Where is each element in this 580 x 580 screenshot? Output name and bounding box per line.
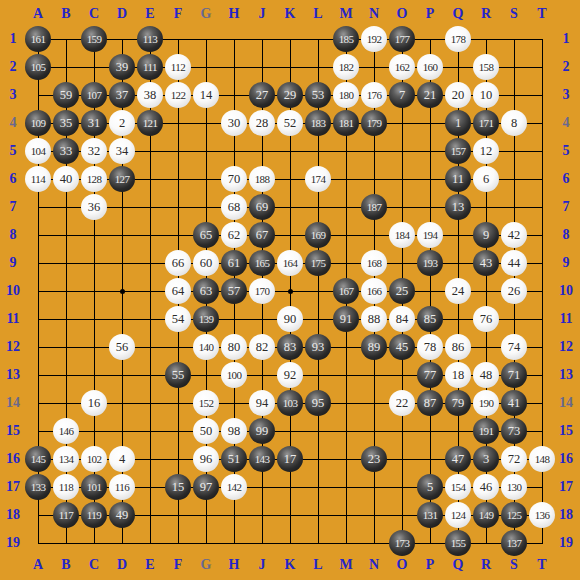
move-number: 26 (508, 285, 521, 298)
black-stone-j15-move-99: 99 (249, 418, 275, 444)
move-number: 103 (283, 398, 298, 409)
white-stone-e3-move-38: 38 (137, 82, 163, 108)
move-number: 154 (451, 482, 466, 493)
black-stone-j16-move-143: 143 (249, 446, 275, 472)
move-number: 11 (452, 173, 464, 186)
move-number: 2 (119, 117, 125, 130)
move-number: 193 (423, 258, 438, 269)
black-stone-l8-move-169: 169 (305, 222, 331, 248)
white-stone-k11-move-90: 90 (277, 306, 303, 332)
white-stone-f9-move-66: 66 (165, 250, 191, 276)
white-stone-c16-move-102: 102 (81, 446, 107, 472)
black-stone-m4-move-181: 181 (333, 110, 359, 136)
white-stone-q18-move-124: 124 (445, 502, 471, 528)
move-number: 34 (116, 145, 129, 158)
white-stone-h13-move-100: 100 (221, 362, 247, 388)
row-label-right-1: 1 (553, 31, 579, 47)
move-number: 134 (59, 454, 74, 465)
black-stone-p17-move-5: 5 (417, 474, 443, 500)
white-stone-d12-move-56: 56 (109, 334, 135, 360)
move-number: 84 (396, 313, 409, 326)
col-label-top-j: J (249, 6, 275, 22)
move-number: 39 (116, 61, 129, 74)
black-stone-q19-move-155: 155 (445, 530, 471, 556)
move-number: 107 (87, 90, 102, 101)
col-label-bottom-g: G (193, 557, 219, 573)
white-stone-a6-move-114: 114 (25, 166, 51, 192)
col-label-bottom-k: K (277, 557, 303, 573)
move-number: 184 (395, 230, 410, 241)
row-label-right-5: 5 (553, 143, 579, 159)
white-stone-f10-move-64: 64 (165, 278, 191, 304)
move-number: 139 (199, 314, 214, 325)
col-label-top-b: B (53, 6, 79, 22)
move-number: 24 (452, 285, 465, 298)
move-number: 32 (88, 145, 101, 158)
move-number: 36 (88, 201, 101, 214)
col-label-bottom-d: D (109, 557, 135, 573)
white-stone-d4-move-2: 2 (109, 110, 135, 136)
move-number: 61 (228, 257, 241, 270)
row-label-right-14: 14 (553, 395, 579, 411)
white-stone-m3-move-180: 180 (333, 82, 359, 108)
col-label-top-a: A (25, 6, 51, 22)
black-stone-d2-move-39: 39 (109, 54, 135, 80)
move-number: 109 (31, 118, 46, 129)
white-stone-j6-move-188: 188 (249, 166, 275, 192)
board-surface[interactable]: 1611591131851921771781053911111218216216… (24, 25, 556, 557)
black-stone-a4-move-109: 109 (25, 110, 51, 136)
row-label-left-2: 2 (0, 59, 26, 75)
move-number: 69 (256, 201, 269, 214)
row-label-left-10: 10 (0, 283, 26, 299)
col-label-top-h: H (221, 6, 247, 22)
move-number: 70 (228, 173, 241, 186)
black-stone-s18-move-125: 125 (501, 502, 527, 528)
move-number: 97 (200, 481, 213, 494)
col-label-bottom-o: O (389, 557, 415, 573)
move-number: 96 (200, 453, 213, 466)
row-label-left-11: 11 (0, 311, 26, 327)
move-number: 41 (508, 397, 521, 410)
move-number: 85 (424, 313, 437, 326)
move-number: 35 (60, 117, 73, 130)
black-stone-d3-move-37: 37 (109, 82, 135, 108)
row-label-right-3: 3 (553, 87, 579, 103)
white-stone-m2-move-182: 182 (333, 54, 359, 80)
white-stone-l6-move-174: 174 (305, 166, 331, 192)
black-stone-c3-move-107: 107 (81, 82, 107, 108)
black-stone-j9-move-165: 165 (249, 250, 275, 276)
white-stone-d16-move-4: 4 (109, 446, 135, 472)
move-number: 73 (508, 425, 521, 438)
white-stone-p12-move-78: 78 (417, 334, 443, 360)
black-stone-m11-move-91: 91 (333, 306, 359, 332)
move-number: 128 (87, 174, 102, 185)
col-label-bottom-p: P (417, 557, 443, 573)
black-stone-j8-move-67: 67 (249, 222, 275, 248)
white-stone-s10-move-26: 26 (501, 278, 527, 304)
white-stone-r5-move-12: 12 (473, 138, 499, 164)
black-stone-b3-move-59: 59 (53, 82, 79, 108)
move-number: 22 (396, 397, 409, 410)
move-number: 169 (311, 230, 326, 241)
move-number: 60 (200, 257, 213, 270)
row-label-right-10: 10 (553, 283, 579, 299)
white-stone-r3-move-10: 10 (473, 82, 499, 108)
row-label-right-15: 15 (553, 423, 579, 439)
move-number: 104 (31, 146, 46, 157)
row-label-right-7: 7 (553, 199, 579, 215)
move-number: 72 (508, 453, 521, 466)
move-number: 174 (311, 174, 326, 185)
black-stone-a1-move-161: 161 (25, 26, 51, 52)
col-label-top-q: Q (445, 6, 471, 22)
move-number: 116 (115, 482, 129, 493)
row-label-left-1: 1 (0, 31, 26, 47)
move-number: 90 (284, 313, 297, 326)
col-label-top-r: R (473, 6, 499, 22)
white-stone-f11-move-54: 54 (165, 306, 191, 332)
white-stone-g16-move-96: 96 (193, 446, 219, 472)
black-stone-a2-move-105: 105 (25, 54, 51, 80)
move-number: 21 (424, 89, 437, 102)
white-stone-n11-move-88: 88 (361, 306, 387, 332)
black-stone-o19-move-173: 173 (389, 530, 415, 556)
black-stone-h10-move-57: 57 (221, 278, 247, 304)
move-number: 181 (339, 118, 354, 129)
white-stone-k4-move-52: 52 (277, 110, 303, 136)
white-stone-d17-move-116: 116 (109, 474, 135, 500)
move-number: 101 (87, 482, 102, 493)
move-number: 66 (172, 257, 185, 270)
move-number: 74 (508, 341, 521, 354)
black-stone-p14-move-87: 87 (417, 390, 443, 416)
col-label-bottom-n: N (361, 557, 387, 573)
black-stone-e4-move-121: 121 (137, 110, 163, 136)
move-number: 149 (479, 510, 494, 521)
move-number: 98 (228, 425, 241, 438)
row-label-left-13: 13 (0, 367, 26, 383)
move-number: 54 (172, 313, 185, 326)
move-number: 100 (227, 370, 242, 381)
black-stone-q14-move-79: 79 (445, 390, 471, 416)
col-label-top-o: O (389, 6, 415, 22)
col-label-bottom-c: C (81, 557, 107, 573)
move-number: 164 (283, 258, 298, 269)
col-label-top-k: K (277, 6, 303, 22)
white-stone-d5-move-34: 34 (109, 138, 135, 164)
row-label-right-8: 8 (553, 227, 579, 243)
move-number: 38 (144, 89, 157, 102)
black-stone-n7-move-187: 187 (361, 194, 387, 220)
white-stone-o2-move-162: 162 (389, 54, 415, 80)
move-number: 111 (143, 62, 157, 73)
move-number: 133 (31, 482, 46, 493)
move-number: 78 (424, 341, 437, 354)
move-number: 67 (256, 229, 269, 242)
white-stone-r6-move-6: 6 (473, 166, 499, 192)
move-number: 125 (507, 510, 522, 521)
move-number: 121 (143, 118, 158, 129)
move-number: 155 (451, 538, 466, 549)
move-number: 99 (256, 425, 269, 438)
white-stone-f2-move-112: 112 (165, 54, 191, 80)
move-number: 5 (427, 481, 433, 494)
black-stone-s19-move-137: 137 (501, 530, 527, 556)
black-stone-p11-move-85: 85 (417, 306, 443, 332)
white-stone-s16-move-72: 72 (501, 446, 527, 472)
move-number: 183 (311, 118, 326, 129)
black-stone-n16-move-23: 23 (361, 446, 387, 472)
move-number: 113 (143, 34, 157, 45)
move-number: 89 (368, 341, 381, 354)
white-stone-b16-move-134: 134 (53, 446, 79, 472)
black-stone-k16-move-17: 17 (277, 446, 303, 472)
black-stone-h16-move-51: 51 (221, 446, 247, 472)
white-stone-n10-move-166: 166 (361, 278, 387, 304)
white-stone-j10-move-170: 170 (249, 278, 275, 304)
move-number: 173 (395, 538, 410, 549)
move-number: 8 (511, 117, 517, 130)
move-number: 157 (451, 146, 466, 157)
col-label-bottom-h: H (221, 557, 247, 573)
black-stone-j7-move-69: 69 (249, 194, 275, 220)
black-stone-l9-move-175: 175 (305, 250, 331, 276)
white-stone-n9-move-168: 168 (361, 250, 387, 276)
row-label-left-3: 3 (0, 87, 26, 103)
white-stone-h6-move-70: 70 (221, 166, 247, 192)
move-number: 82 (256, 341, 269, 354)
col-label-top-c: C (81, 6, 107, 22)
col-label-bottom-j: J (249, 557, 275, 573)
move-number: 124 (451, 510, 466, 521)
black-stone-h9-move-61: 61 (221, 250, 247, 276)
white-stone-t18-move-136: 136 (529, 502, 555, 528)
white-stone-q1-move-178: 178 (445, 26, 471, 52)
row-label-right-12: 12 (553, 339, 579, 355)
black-stone-p13-move-77: 77 (417, 362, 443, 388)
black-stone-p18-move-131: 131 (417, 502, 443, 528)
black-stone-j3-move-27: 27 (249, 82, 275, 108)
white-stone-n1-move-192: 192 (361, 26, 387, 52)
black-stone-a16-move-145: 145 (25, 446, 51, 472)
row-label-left-18: 18 (0, 507, 26, 523)
move-number: 180 (339, 90, 354, 101)
move-number: 146 (59, 426, 74, 437)
row-label-right-6: 6 (553, 171, 579, 187)
col-label-top-l: L (305, 6, 331, 22)
move-number: 86 (452, 341, 465, 354)
move-number: 130 (507, 482, 522, 493)
row-label-left-6: 6 (0, 171, 26, 187)
move-number: 76 (480, 313, 493, 326)
col-label-bottom-a: A (25, 557, 51, 573)
col-label-top-d: D (109, 6, 135, 22)
move-number: 194 (423, 230, 438, 241)
move-number: 105 (31, 62, 46, 73)
move-number: 92 (284, 369, 297, 382)
white-stone-c6-move-128: 128 (81, 166, 107, 192)
move-number: 162 (395, 62, 410, 73)
white-stone-r17-move-46: 46 (473, 474, 499, 500)
move-number: 114 (31, 174, 45, 185)
row-label-left-8: 8 (0, 227, 26, 243)
col-label-bottom-r: R (473, 557, 499, 573)
black-stone-m10-move-167: 167 (333, 278, 359, 304)
col-label-top-e: E (137, 6, 163, 22)
move-number: 27 (256, 89, 269, 102)
move-number: 65 (200, 229, 213, 242)
move-number: 140 (199, 342, 214, 353)
move-number: 168 (367, 258, 382, 269)
move-number: 136 (535, 510, 550, 521)
row-label-right-13: 13 (553, 367, 579, 383)
black-stone-n4-move-179: 179 (361, 110, 387, 136)
move-number: 112 (171, 62, 185, 73)
col-label-top-f: F (165, 6, 191, 22)
move-number: 167 (339, 286, 354, 297)
row-label-right-4: 4 (553, 115, 579, 131)
white-stone-c5-move-32: 32 (81, 138, 107, 164)
white-stone-f3-move-122: 122 (165, 82, 191, 108)
move-number: 94 (256, 397, 269, 410)
move-number: 4 (119, 453, 125, 466)
black-stone-r18-move-149: 149 (473, 502, 499, 528)
row-label-left-9: 9 (0, 255, 26, 271)
move-number: 179 (367, 118, 382, 129)
black-stone-d18-move-49: 49 (109, 502, 135, 528)
move-number: 161 (31, 34, 46, 45)
black-stone-o1-move-177: 177 (389, 26, 415, 52)
black-stone-g11-move-139: 139 (193, 306, 219, 332)
move-number: 49 (116, 509, 129, 522)
black-stone-s14-move-41: 41 (501, 390, 527, 416)
row-label-right-19: 19 (553, 535, 579, 551)
move-number: 62 (228, 229, 241, 242)
row-label-right-9: 9 (553, 255, 579, 271)
row-label-right-11: 11 (553, 311, 579, 327)
move-number: 122 (171, 90, 186, 101)
move-number: 119 (87, 510, 101, 521)
black-stone-q7-move-13: 13 (445, 194, 471, 220)
move-number: 158 (479, 62, 494, 73)
move-number: 50 (200, 425, 213, 438)
go-board: AABBCCDDEEFFGGHHJJKKLLMMNNOOPPQQRRSSTT11… (0, 0, 580, 580)
move-number: 3 (483, 453, 489, 466)
white-stone-k13-move-92: 92 (277, 362, 303, 388)
black-stone-l4-move-183: 183 (305, 110, 331, 136)
col-label-bottom-b: B (53, 557, 79, 573)
move-number: 71 (508, 369, 521, 382)
move-number: 190 (479, 398, 494, 409)
move-number: 37 (116, 89, 129, 102)
white-stone-g15-move-50: 50 (193, 418, 219, 444)
white-stone-r11-move-76: 76 (473, 306, 499, 332)
white-stone-r13-move-48: 48 (473, 362, 499, 388)
black-stone-e1-move-113: 113 (137, 26, 163, 52)
white-stone-p8-move-194: 194 (417, 222, 443, 248)
col-label-top-g: G (193, 6, 219, 22)
move-number: 171 (479, 118, 494, 129)
white-stone-j14-move-94: 94 (249, 390, 275, 416)
white-stone-b6-move-40: 40 (53, 166, 79, 192)
move-number: 44 (508, 257, 521, 270)
move-number: 16 (88, 397, 101, 410)
move-number: 83 (284, 341, 297, 354)
move-number: 51 (228, 453, 241, 466)
black-stone-r15-move-191: 191 (473, 418, 499, 444)
col-label-top-n: N (361, 6, 387, 22)
white-stone-o14-move-22: 22 (389, 390, 415, 416)
move-number: 79 (452, 397, 465, 410)
black-stone-l14-move-95: 95 (305, 390, 331, 416)
move-number: 166 (367, 286, 382, 297)
white-stone-h7-move-68: 68 (221, 194, 247, 220)
white-stone-g3-move-14: 14 (193, 82, 219, 108)
col-label-top-s: S (501, 6, 527, 22)
move-number: 33 (60, 145, 73, 158)
black-stone-r4-move-171: 171 (473, 110, 499, 136)
move-number: 23 (368, 453, 381, 466)
move-number: 43 (480, 257, 493, 270)
white-stone-j12-move-82: 82 (249, 334, 275, 360)
move-number: 7 (399, 89, 405, 102)
white-stone-a5-move-104: 104 (25, 138, 51, 164)
black-stone-k3-move-29: 29 (277, 82, 303, 108)
black-stone-c18-move-119: 119 (81, 502, 107, 528)
black-stone-q16-move-47: 47 (445, 446, 471, 472)
col-label-bottom-e: E (137, 557, 163, 573)
black-stone-c4-move-31: 31 (81, 110, 107, 136)
white-stone-h4-move-30: 30 (221, 110, 247, 136)
move-number: 55 (172, 369, 185, 382)
move-number: 57 (228, 285, 241, 298)
move-number: 13 (452, 201, 465, 214)
white-stone-h8-move-62: 62 (221, 222, 247, 248)
col-label-bottom-m: M (333, 557, 359, 573)
col-label-bottom-l: L (305, 557, 331, 573)
black-stone-c1-move-159: 159 (81, 26, 107, 52)
move-number: 12 (480, 145, 493, 158)
move-number: 188 (255, 174, 270, 185)
white-stone-s8-move-42: 42 (501, 222, 527, 248)
white-stone-b15-move-146: 146 (53, 418, 79, 444)
move-number: 88 (368, 313, 381, 326)
move-number: 142 (227, 482, 242, 493)
move-number: 40 (60, 173, 73, 186)
white-stone-t16-move-148: 148 (529, 446, 555, 472)
black-stone-o10-move-25: 25 (389, 278, 415, 304)
move-number: 59 (60, 89, 73, 102)
row-label-left-16: 16 (0, 451, 26, 467)
col-label-top-m: M (333, 6, 359, 22)
move-number: 165 (255, 258, 270, 269)
move-number: 53 (312, 89, 325, 102)
black-stone-r16-move-3: 3 (473, 446, 499, 472)
move-number: 46 (480, 481, 493, 494)
white-stone-q10-move-24: 24 (445, 278, 471, 304)
row-label-left-17: 17 (0, 479, 26, 495)
move-number: 6 (483, 173, 489, 186)
black-stone-m1-move-185: 185 (333, 26, 359, 52)
move-number: 159 (87, 34, 102, 45)
move-number: 77 (424, 369, 437, 382)
white-stone-g12-move-140: 140 (193, 334, 219, 360)
col-label-bottom-f: F (165, 557, 191, 573)
move-number: 127 (115, 174, 130, 185)
move-number: 118 (59, 482, 73, 493)
